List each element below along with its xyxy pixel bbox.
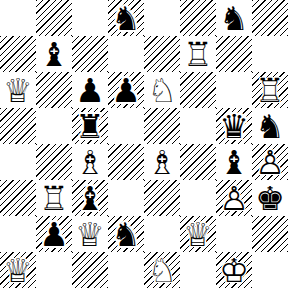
piece-outline-layer: ♙ <box>252 144 288 180</box>
white-pawn-h4[interactable]: ♟♙ <box>252 144 288 180</box>
white-queen-f2[interactable]: ♛♕ <box>180 216 216 252</box>
white-knight-e1[interactable]: ♞♘ <box>144 252 180 288</box>
square-b2[interactable]: ♟ <box>36 216 72 252</box>
square-g2[interactable] <box>216 216 252 252</box>
black-pawn-b2[interactable]: ♟ <box>36 216 72 252</box>
square-f8[interactable] <box>180 0 216 36</box>
square-c1[interactable] <box>72 252 108 288</box>
square-d3[interactable] <box>108 180 144 216</box>
square-a2[interactable] <box>0 216 36 252</box>
piece-fill-layer: ♟ <box>72 72 108 108</box>
piece-fill-layer: ♛ <box>216 108 252 144</box>
square-d4[interactable] <box>108 144 144 180</box>
square-e4[interactable]: ♝♗ <box>144 144 180 180</box>
square-c4[interactable]: ♝♗ <box>72 144 108 180</box>
square-h1[interactable] <box>252 252 288 288</box>
black-knight-g8[interactable]: ♞ <box>216 0 252 36</box>
square-d1[interactable] <box>108 252 144 288</box>
black-pawn-d6[interactable]: ♟ <box>108 72 144 108</box>
square-b4[interactable] <box>36 144 72 180</box>
square-h7[interactable] <box>252 36 288 72</box>
square-d8[interactable]: ♞ <box>108 0 144 36</box>
black-queen-g5[interactable]: ♛ <box>216 108 252 144</box>
square-c6[interactable]: ♟ <box>72 72 108 108</box>
black-rook-c5[interactable]: ♜ <box>72 108 108 144</box>
black-pawn-c6[interactable]: ♟ <box>72 72 108 108</box>
black-knight-d8[interactable]: ♞ <box>108 0 144 36</box>
square-a4[interactable] <box>0 144 36 180</box>
square-d5[interactable] <box>108 108 144 144</box>
square-f4[interactable] <box>180 144 216 180</box>
square-h5[interactable]: ♞ <box>252 108 288 144</box>
square-d2[interactable]: ♞ <box>108 216 144 252</box>
white-queen-a1[interactable]: ♛♕ <box>0 252 36 288</box>
square-f2[interactable]: ♛♕ <box>180 216 216 252</box>
square-f6[interactable] <box>180 72 216 108</box>
square-e1[interactable]: ♞♘ <box>144 252 180 288</box>
square-f7[interactable]: ♜♖ <box>180 36 216 72</box>
square-b7[interactable]: ♝ <box>36 36 72 72</box>
piece-outline-layer: ♖ <box>252 72 288 108</box>
piece-fill-layer: ♟ <box>108 72 144 108</box>
black-bishop-c3[interactable]: ♝ <box>72 180 108 216</box>
square-e3[interactable] <box>144 180 180 216</box>
black-knight-h5[interactable]: ♞ <box>252 108 288 144</box>
black-knight-d2[interactable]: ♞ <box>108 216 144 252</box>
square-g6[interactable] <box>216 72 252 108</box>
piece-outline-layer: ♕ <box>0 252 36 288</box>
square-g3[interactable]: ♟♙ <box>216 180 252 216</box>
square-b5[interactable] <box>36 108 72 144</box>
black-bishop-g4[interactable]: ♝ <box>216 144 252 180</box>
square-a1[interactable]: ♛♕ <box>0 252 36 288</box>
piece-fill-layer: ♚ <box>252 180 288 216</box>
piece-fill-layer: ♝ <box>36 36 72 72</box>
piece-outline-layer: ♖ <box>36 180 72 216</box>
square-b8[interactable] <box>36 0 72 36</box>
square-b3[interactable]: ♜♖ <box>36 180 72 216</box>
square-e5[interactable] <box>144 108 180 144</box>
white-bishop-e4[interactable]: ♝♗ <box>144 144 180 180</box>
square-a7[interactable] <box>0 36 36 72</box>
piece-fill-layer: ♟ <box>36 216 72 252</box>
piece-outline-layer: ♗ <box>72 144 108 180</box>
piece-outline-layer: ♕ <box>72 216 108 252</box>
piece-fill-layer: ♞ <box>252 108 288 144</box>
square-h6[interactable]: ♜♖ <box>252 72 288 108</box>
piece-fill-layer: ♝ <box>72 180 108 216</box>
white-pawn-g3[interactable]: ♟♙ <box>216 180 252 216</box>
square-h3[interactable]: ♚ <box>252 180 288 216</box>
white-rook-b3[interactable]: ♜♖ <box>36 180 72 216</box>
white-rook-f7[interactable]: ♜♖ <box>180 36 216 72</box>
square-g7[interactable] <box>216 36 252 72</box>
square-c3[interactable]: ♝ <box>72 180 108 216</box>
piece-outline-layer: ♖ <box>180 36 216 72</box>
square-c5[interactable]: ♜ <box>72 108 108 144</box>
piece-fill-layer: ♜ <box>72 108 108 144</box>
square-c7[interactable] <box>72 36 108 72</box>
square-a8[interactable] <box>0 0 36 36</box>
square-e6[interactable]: ♞♘ <box>144 72 180 108</box>
square-g8[interactable]: ♞ <box>216 0 252 36</box>
square-f5[interactable] <box>180 108 216 144</box>
square-e7[interactable] <box>144 36 180 72</box>
piece-outline-layer: ♘ <box>144 72 180 108</box>
square-a6[interactable]: ♛♕ <box>0 72 36 108</box>
piece-fill-layer: ♞ <box>108 216 144 252</box>
white-rook-h6[interactable]: ♜♖ <box>252 72 288 108</box>
piece-outline-layer: ♗ <box>144 144 180 180</box>
white-bishop-c4[interactable]: ♝♗ <box>72 144 108 180</box>
square-d6[interactable]: ♟ <box>108 72 144 108</box>
square-f3[interactable] <box>180 180 216 216</box>
square-g5[interactable]: ♛ <box>216 108 252 144</box>
piece-outline-layer: ♕ <box>180 216 216 252</box>
white-knight-e6[interactable]: ♞♘ <box>144 72 180 108</box>
square-g4[interactable]: ♝ <box>216 144 252 180</box>
piece-outline-layer: ♙ <box>216 180 252 216</box>
square-d7[interactable] <box>108 36 144 72</box>
square-b1[interactable] <box>36 252 72 288</box>
square-h2[interactable] <box>252 216 288 252</box>
black-bishop-b7[interactable]: ♝ <box>36 36 72 72</box>
chess-board: ♞♞♝♜♖♛♕♟♟♞♘♜♖♜♛♞♝♗♝♗♝♟♙♜♖♝♟♙♚♟♛♕♞♛♕♛♕♞♘♚… <box>0 0 288 288</box>
square-a5[interactable] <box>0 108 36 144</box>
square-c8[interactable] <box>72 0 108 36</box>
square-c2[interactable]: ♛♕ <box>72 216 108 252</box>
square-e2[interactable] <box>144 216 180 252</box>
piece-fill-layer: ♞ <box>108 0 144 36</box>
square-b6[interactable] <box>36 72 72 108</box>
white-queen-c2[interactable]: ♛♕ <box>72 216 108 252</box>
black-king-h3[interactable]: ♚ <box>252 180 288 216</box>
square-e8[interactable] <box>144 0 180 36</box>
white-queen-a6[interactable]: ♛♕ <box>0 72 36 108</box>
piece-fill-layer: ♝ <box>216 144 252 180</box>
piece-fill-layer: ♞ <box>216 0 252 36</box>
square-a3[interactable] <box>0 180 36 216</box>
square-h8[interactable] <box>252 0 288 36</box>
piece-outline-layer: ♘ <box>144 252 180 288</box>
square-g1[interactable]: ♚♔ <box>216 252 252 288</box>
white-king-g1[interactable]: ♚♔ <box>216 252 252 288</box>
square-f1[interactable] <box>180 252 216 288</box>
piece-outline-layer: ♕ <box>0 72 36 108</box>
piece-outline-layer: ♔ <box>216 252 252 288</box>
square-h4[interactable]: ♟♙ <box>252 144 288 180</box>
